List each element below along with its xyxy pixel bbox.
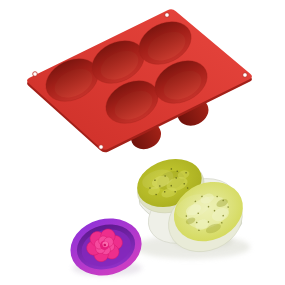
product-photo: Red five-cavity oval silicone soap mould… bbox=[0, 0, 285, 285]
corner-hole-left bbox=[33, 72, 38, 77]
corner-hole-top bbox=[165, 13, 170, 18]
corner-hole-right bbox=[243, 73, 248, 78]
product-photo-stage: Red five-cavity oval silicone soap mould… bbox=[0, 0, 285, 285]
corner-hole-bottom bbox=[99, 145, 104, 150]
